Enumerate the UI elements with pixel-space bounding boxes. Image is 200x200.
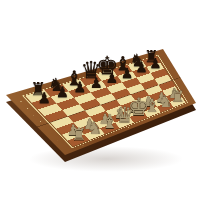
piece-black-pawn-b7[interactable]: ♟ (56, 86, 69, 101)
piece-black-pawn-c7[interactable]: ♟ (73, 80, 86, 95)
piece-black-pawn-a7[interactable]: ♟ (38, 91, 51, 106)
chess-set-photo: ♜♞♝♛♚♝♞♜♟♟♟♟♟♟♟♟♟♟♟♟♟♟♟♟♜♞♝♛♚♝♞♜ (0, 0, 200, 200)
piece-black-pawn-e7[interactable]: ♟ (106, 70, 119, 84)
piece-black-pawn-g7[interactable]: ♟ (135, 61, 148, 75)
piece-black-pawn-f7[interactable]: ♟ (121, 66, 134, 80)
piece-black-pawn-h7[interactable]: ♟ (149, 57, 161, 71)
pieces-layer: ♜♞♝♛♚♝♞♜♟♟♟♟♟♟♟♟♟♟♟♟♟♟♟♟♜♞♝♛♚♝♞♜ (0, 0, 200, 200)
piece-white-rook-h1[interactable]: ♜ (171, 90, 185, 105)
piece-white-bishop-c1[interactable]: ♝ (101, 112, 118, 131)
piece-white-rook-a1[interactable]: ♜ (71, 127, 86, 144)
piece-white-knight-b1[interactable]: ♞ (87, 120, 103, 137)
piece-black-pawn-d7[interactable]: ♟ (90, 75, 103, 89)
